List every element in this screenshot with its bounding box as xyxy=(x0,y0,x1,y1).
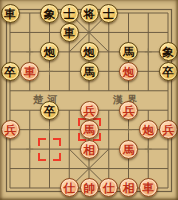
piece-red-elephant[interactable]: 相 xyxy=(80,140,99,159)
piece-red-soldier[interactable]: 兵 xyxy=(1,120,20,139)
piece-red-cannon[interactable]: 炮 xyxy=(139,120,158,139)
piece-red-cannon[interactable]: 炮 xyxy=(119,62,138,81)
piece-red-horse[interactable]: 馬 xyxy=(80,120,99,139)
piece-black-advisor[interactable]: 士 xyxy=(60,4,79,23)
piece-black-general[interactable]: 将 xyxy=(80,4,99,23)
piece-black-cannon[interactable]: 炮 xyxy=(80,42,99,61)
piece-black-elephant[interactable]: 象 xyxy=(159,42,178,61)
piece-black-elephant[interactable]: 象 xyxy=(40,4,59,23)
piece-black-soldier[interactable]: 卒 xyxy=(159,62,178,81)
piece-red-general[interactable]: 帥 xyxy=(80,178,99,197)
piece-black-soldier[interactable]: 卒 xyxy=(1,62,20,81)
piece-black-advisor[interactable]: 士 xyxy=(99,4,118,23)
piece-black-chariot[interactable]: 車 xyxy=(60,23,79,42)
piece-black-chariot[interactable]: 車 xyxy=(1,4,20,23)
piece-black-horse[interactable]: 馬 xyxy=(80,62,99,81)
piece-red-soldier[interactable]: 兵 xyxy=(159,120,178,139)
piece-red-chariot[interactable]: 車 xyxy=(20,62,39,81)
piece-black-soldier[interactable]: 卒 xyxy=(40,101,59,120)
xiangqi-board[interactable]: 楚河 漢界 車象士将士車炮炮馬象卒車馬炮卒卒兵兵兵馬炮兵相馬仕帥仕相車 xyxy=(0,0,178,200)
piece-red-soldier[interactable]: 兵 xyxy=(119,101,138,120)
piece-red-soldier[interactable]: 兵 xyxy=(80,101,99,120)
piece-red-horse[interactable]: 馬 xyxy=(119,140,138,159)
